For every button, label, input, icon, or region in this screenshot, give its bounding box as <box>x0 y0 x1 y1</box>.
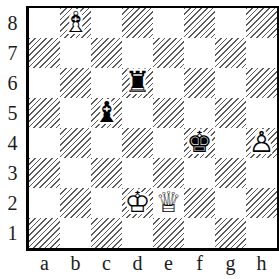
piece-black-king-f4: ♚ <box>184 128 215 158</box>
square-a8 <box>29 8 60 38</box>
piece-white-queen-e2: ♛♕ <box>153 188 184 218</box>
square-c8 <box>91 8 122 38</box>
square-b4 <box>60 128 91 158</box>
square-c3 <box>91 158 122 188</box>
square-a4 <box>29 128 60 158</box>
square-c5: ♝ <box>91 98 122 128</box>
file-label-b: b <box>60 249 91 277</box>
square-b7 <box>60 38 91 68</box>
square-f4: ♚ <box>184 128 215 158</box>
square-b2 <box>60 188 91 218</box>
square-d5 <box>122 98 153 128</box>
chess-diagram: 8 7 6 5 4 3 2 1 ♝♗♜♝♚♟♙♚♔♛♕ a b c d e f … <box>0 0 279 279</box>
square-g4 <box>215 128 246 158</box>
square-b8: ♝♗ <box>60 8 91 38</box>
square-d7 <box>122 38 153 68</box>
square-a6 <box>29 68 60 98</box>
square-b1 <box>60 218 91 248</box>
square-b3 <box>60 158 91 188</box>
rank-label-7: 7 <box>0 38 25 68</box>
square-e2: ♛♕ <box>153 188 184 218</box>
rank-labels: 8 7 6 5 4 3 2 1 <box>0 8 25 248</box>
square-e8 <box>153 8 184 38</box>
rank-label-4: 4 <box>0 128 25 158</box>
square-d1 <box>122 218 153 248</box>
square-h3 <box>246 158 277 188</box>
file-label-f: f <box>184 249 215 277</box>
square-c4 <box>91 128 122 158</box>
square-f6 <box>184 68 215 98</box>
square-h6 <box>246 68 277 98</box>
square-a2 <box>29 188 60 218</box>
square-g6 <box>215 68 246 98</box>
piece-white-bishop-b8: ♝♗ <box>60 8 91 38</box>
piece-black-rook-d6: ♜ <box>122 68 153 98</box>
square-f1 <box>184 218 215 248</box>
square-a1 <box>29 218 60 248</box>
file-label-d: d <box>122 249 153 277</box>
square-g7 <box>215 38 246 68</box>
square-c2 <box>91 188 122 218</box>
file-label-a: a <box>29 249 60 277</box>
square-f8 <box>184 8 215 38</box>
square-c1 <box>91 218 122 248</box>
piece-black-bishop-c5: ♝ <box>91 98 122 128</box>
square-g8 <box>215 8 246 38</box>
square-e4 <box>153 128 184 158</box>
square-g2 <box>215 188 246 218</box>
piece-white-king-d2: ♚♔ <box>122 188 153 218</box>
square-e6 <box>153 68 184 98</box>
file-label-c: c <box>91 249 122 277</box>
rank-label-5: 5 <box>0 98 25 128</box>
rank-label-6: 6 <box>0 68 25 98</box>
square-g5 <box>215 98 246 128</box>
rank-label-8: 8 <box>0 8 25 38</box>
square-h1 <box>246 218 277 248</box>
rank-label-2: 2 <box>0 188 25 218</box>
square-g1 <box>215 218 246 248</box>
chess-board: ♝♗♜♝♚♟♙♚♔♛♕ <box>26 6 279 251</box>
square-h4: ♟♙ <box>246 128 277 158</box>
file-label-h: h <box>246 249 277 277</box>
file-label-g: g <box>215 249 246 277</box>
square-a5 <box>29 98 60 128</box>
square-d3 <box>122 158 153 188</box>
square-a3 <box>29 158 60 188</box>
rank-label-3: 3 <box>0 158 25 188</box>
square-b5 <box>60 98 91 128</box>
square-h2 <box>246 188 277 218</box>
rank-label-1: 1 <box>0 218 25 248</box>
square-c7 <box>91 38 122 68</box>
square-c6 <box>91 68 122 98</box>
square-d2: ♚♔ <box>122 188 153 218</box>
square-h5 <box>246 98 277 128</box>
square-b6 <box>60 68 91 98</box>
square-d6: ♜ <box>122 68 153 98</box>
square-h8 <box>246 8 277 38</box>
square-f5 <box>184 98 215 128</box>
square-h7 <box>246 38 277 68</box>
square-e5 <box>153 98 184 128</box>
square-a7 <box>29 38 60 68</box>
square-f7 <box>184 38 215 68</box>
square-d4 <box>122 128 153 158</box>
piece-white-pawn-h4: ♟♙ <box>246 128 277 158</box>
square-f3 <box>184 158 215 188</box>
square-e7 <box>153 38 184 68</box>
square-g3 <box>215 158 246 188</box>
file-label-e: e <box>153 249 184 277</box>
square-d8 <box>122 8 153 38</box>
square-e1 <box>153 218 184 248</box>
file-labels: a b c d e f g h <box>29 249 277 277</box>
square-e3 <box>153 158 184 188</box>
square-f2 <box>184 188 215 218</box>
